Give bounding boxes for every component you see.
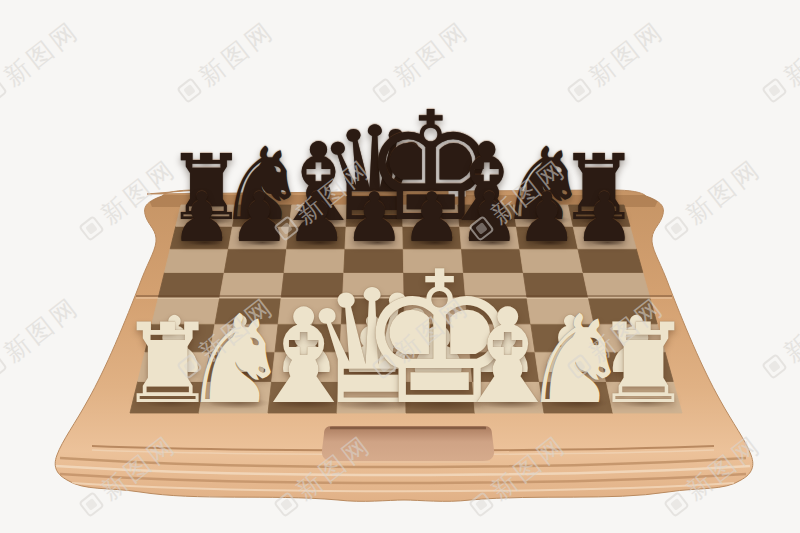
square-b6 [224,249,286,273]
square-d6 [344,249,404,273]
square-h1 [606,381,682,413]
square-b8 [233,205,292,226]
chess-board [0,0,800,533]
square-c2 [272,352,340,382]
square-g5 [523,272,588,297]
square-f4 [465,297,530,323]
square-f1 [472,381,544,413]
square-d3 [340,324,405,352]
chess-set-photo: ♜♞♝♛♚♝♞♜♟♟♟♟♟♟♟♟♟♟♟♟♟♟♟♟♜♞♝♛♚♝♞♜ 新图网新图网新… [0,0,800,533]
square-g6 [520,249,583,273]
square-e5 [404,272,466,297]
square-h8 [569,205,630,226]
square-d5 [343,272,404,297]
square-a8 [176,205,237,226]
square-a4 [152,297,220,323]
square-c3 [275,324,341,352]
square-e7 [403,226,462,248]
square-h3 [594,324,665,352]
square-c5 [281,272,344,297]
square-e4 [404,297,468,323]
square-a7 [170,226,232,248]
square-c6 [284,249,345,273]
square-b1 [199,381,272,413]
square-b7 [229,226,290,248]
square-b3 [210,324,278,352]
square-b4 [215,297,281,323]
square-d8 [346,205,403,226]
square-a5 [158,272,224,297]
square-f5 [463,272,526,297]
square-c7 [287,226,346,248]
square-d2 [339,352,406,382]
square-f7 [460,226,520,248]
square-g4 [527,297,594,323]
square-d4 [341,297,404,323]
square-c4 [278,297,342,323]
square-h2 [600,352,673,382]
square-b2 [205,352,275,382]
board-squares [130,205,682,413]
square-f2 [470,352,539,382]
square-g7 [516,226,578,248]
square-a2 [138,352,210,382]
square-f6 [461,249,523,273]
square-g8 [513,205,573,226]
square-e1 [405,381,475,413]
square-f3 [468,324,535,352]
square-e2 [405,352,472,382]
square-h7 [573,226,636,248]
square-c1 [268,381,339,413]
square-d1 [337,381,406,413]
square-c8 [289,205,347,226]
square-a1 [130,381,205,413]
square-h6 [578,249,643,273]
carry-handle-recess [322,426,494,462]
square-b5 [220,272,284,297]
square-g1 [539,381,613,413]
square-g3 [531,324,600,352]
square-f8 [458,205,517,226]
square-a3 [145,324,215,352]
square-g2 [535,352,606,382]
square-e8 [403,205,460,226]
square-d7 [345,226,403,248]
square-h5 [583,272,650,297]
square-h4 [588,297,657,323]
square-e6 [403,249,463,273]
square-a6 [164,249,228,273]
square-e3 [405,324,470,352]
